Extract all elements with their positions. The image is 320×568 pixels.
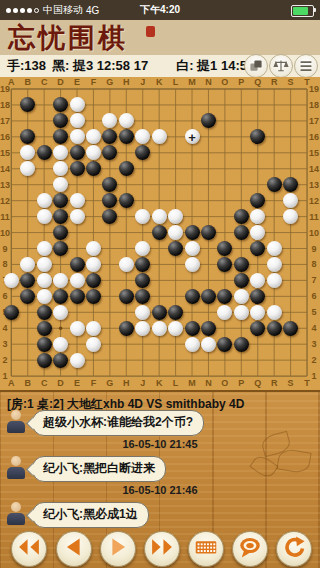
col-label-top: J	[140, 78, 145, 87]
stone-black	[250, 321, 265, 336]
col-label-top: S	[288, 78, 294, 87]
menu-button[interactable]	[294, 54, 318, 78]
fast-forward-icon	[150, 536, 174, 562]
battery-icon	[291, 5, 314, 17]
stone-white	[37, 193, 52, 208]
row-label-left: 13	[0, 180, 10, 189]
row-label-left: 16	[0, 132, 10, 141]
row-label-right: 19	[309, 85, 319, 94]
step-backward-button[interactable]	[56, 531, 92, 567]
col-label-top: N	[205, 78, 212, 87]
scales-icon	[273, 58, 289, 74]
stone-white	[185, 241, 200, 256]
stone-black	[250, 289, 265, 304]
col-label-top: M	[188, 78, 196, 87]
row-label-left: 4	[2, 324, 7, 333]
row-label-right: 11	[309, 212, 319, 221]
col-label-bottom: T	[304, 379, 310, 388]
boards-switch-button[interactable]	[244, 54, 268, 78]
stone-black	[152, 225, 167, 240]
row-label-right: 10	[309, 228, 319, 237]
stone-black	[267, 321, 282, 336]
col-label-top: E	[74, 78, 80, 87]
row-label-right: 16	[309, 132, 319, 141]
row-label-left: 12	[0, 196, 10, 205]
step-forward-button[interactable]	[100, 531, 136, 567]
stone-black	[234, 209, 249, 224]
row-label-right: 1	[311, 372, 316, 381]
refresh-icon	[282, 535, 306, 563]
col-label-top: D	[57, 78, 64, 87]
stone-white	[234, 289, 249, 304]
stone-black	[185, 225, 200, 240]
stone-white	[185, 337, 200, 352]
chat-message-row: 超级小水杯:谁能给我2个币?	[6, 410, 204, 436]
row-label-left: 19	[0, 85, 10, 94]
row-label-right: 6	[311, 292, 316, 301]
chat-timestamp: 16-05-10 21:46	[0, 484, 320, 496]
col-label-bottom: N	[205, 379, 212, 388]
col-label-top: F	[91, 78, 97, 87]
fast-forward-button[interactable]	[144, 531, 180, 567]
row-label-left: 3	[2, 340, 7, 349]
stone-white	[53, 273, 68, 288]
row-label-right: 3	[311, 340, 316, 349]
stone-black	[234, 273, 249, 288]
chat-bubble-button[interactable]	[232, 531, 268, 567]
col-label-top: R	[271, 78, 278, 87]
col-label-bottom: G	[106, 379, 113, 388]
chat-message-row: 纪小飞:黑把白断进来	[6, 456, 166, 482]
white-player-status: 白: 提1 14:58	[176, 57, 254, 75]
row-label-right: 7	[311, 276, 316, 285]
col-label-bottom: B	[24, 379, 31, 388]
app-screen: 忘忧围棋 中国移动 4G 下午4:20 手:138 黑: 提3 12:58 17…	[0, 0, 320, 568]
stone-white	[86, 241, 101, 256]
stone-black	[201, 289, 216, 304]
stone-black	[37, 353, 52, 368]
stone-black	[168, 241, 183, 256]
col-label-bottom: D	[57, 379, 64, 388]
stone-white	[70, 209, 85, 224]
stone-white	[250, 305, 265, 320]
chat-bubble: 超级小水杯:谁能给我2个币?	[32, 410, 204, 436]
stone-black	[135, 289, 150, 304]
stone-black	[4, 305, 19, 320]
stone-white	[86, 257, 101, 272]
col-label-top: P	[238, 78, 244, 87]
row-label-right: 14	[309, 164, 319, 173]
stone-black	[234, 225, 249, 240]
col-label-top: K	[156, 78, 163, 87]
step-forward-icon	[106, 536, 130, 562]
col-label-bottom: L	[173, 379, 179, 388]
row-label-left: 17	[0, 116, 10, 125]
stone-black	[119, 161, 134, 176]
chat-list[interactable]: 超级小水杯:谁能给我2个币?16-05-10 21:45 纪小飞:黑把白断进来1…	[0, 410, 320, 530]
chat-bubble-icon	[237, 535, 263, 563]
user-avatar-icon	[6, 410, 26, 433]
col-label-bottom: C	[41, 379, 48, 388]
black-player-status: 黑: 提3 12:58 17	[52, 57, 148, 75]
row-label-right: 13	[309, 180, 319, 189]
col-label-bottom: M	[188, 379, 196, 388]
col-label-top: G	[106, 78, 113, 87]
stone-black	[201, 225, 216, 240]
stone-white	[135, 321, 150, 336]
chat-message-row: 纪小飞:黑必成1边	[6, 502, 149, 528]
stone-white	[70, 321, 85, 336]
stone-black	[152, 305, 167, 320]
stone-white	[4, 273, 19, 288]
clock-label: 下午4:20	[0, 3, 320, 17]
stone-white	[135, 305, 150, 320]
user-avatar-icon	[6, 502, 26, 525]
col-label-top: H	[123, 78, 130, 87]
stone-white	[267, 241, 282, 256]
col-label-bottom: S	[288, 379, 294, 388]
stone-white	[201, 337, 216, 352]
stone-black	[70, 289, 85, 304]
lower-panel: [房:1 桌:2] 大地红xhb 4D VS smithbaby 4D 超级小水…	[0, 390, 320, 568]
stone-black	[168, 305, 183, 320]
game-info-bar: 手:138 黑: 提3 12:58 17 白: 提1 14:58	[0, 55, 320, 78]
stone-white	[152, 321, 167, 336]
stone-black	[20, 289, 35, 304]
col-label-bottom: A	[8, 379, 15, 388]
keyboard-icon	[193, 536, 219, 562]
stone-black	[70, 257, 85, 272]
last-move-marker: +	[188, 130, 196, 143]
stone-white	[168, 321, 183, 336]
stone-black	[70, 145, 85, 160]
stone-black	[86, 273, 101, 288]
row-label-left: 18	[0, 100, 10, 109]
col-label-top: C	[41, 78, 48, 87]
stone-black	[37, 321, 52, 336]
stone-black	[185, 321, 200, 336]
col-label-top: L	[173, 78, 179, 87]
col-label-bottom: R	[271, 379, 278, 388]
stone-white	[37, 257, 52, 272]
row-label-left: 6	[2, 292, 7, 301]
stone-white	[37, 289, 52, 304]
row-label-right: 4	[311, 324, 316, 333]
stone-black	[119, 321, 134, 336]
stone-white	[70, 193, 85, 208]
stone-white	[70, 129, 85, 144]
chat-timestamp: 16-05-10 21:45	[0, 438, 320, 450]
stone-black	[70, 161, 85, 176]
keyboard-button[interactable]	[188, 531, 224, 567]
stone-black	[119, 193, 134, 208]
stone-white	[152, 129, 167, 144]
stone-white	[234, 305, 249, 320]
stone-white	[70, 273, 85, 288]
app-title: 忘忧围棋	[8, 24, 128, 51]
row-label-left: 2	[2, 356, 7, 365]
col-label-bottom: E	[74, 379, 80, 388]
stone-black	[201, 321, 216, 336]
stone-black	[283, 321, 298, 336]
row-label-left: 8	[2, 260, 7, 269]
move-number-label: 手:138	[7, 57, 46, 75]
bottom-toolbar	[0, 531, 320, 568]
stone-white	[53, 305, 68, 320]
col-label-bottom: H	[123, 379, 130, 388]
row-label-right: 5	[311, 308, 316, 317]
stone-white	[119, 257, 134, 272]
stone-white	[86, 321, 101, 336]
row-label-right: 15	[309, 148, 319, 157]
col-label-bottom: P	[238, 379, 244, 388]
row-label-right: 8	[311, 260, 316, 269]
boards-icon	[248, 58, 264, 74]
stone-white	[267, 273, 282, 288]
stone-black	[37, 337, 52, 352]
stone-white	[37, 241, 52, 256]
row-label-left: 15	[0, 148, 10, 157]
stone-white	[86, 337, 101, 352]
col-label-top: O	[221, 78, 228, 87]
status-bar: 中国移动 4G 下午4:20	[0, 0, 320, 20]
col-label-bottom: O	[221, 379, 228, 388]
stone-black	[37, 305, 52, 320]
row-label-left: 10	[0, 228, 10, 237]
rewind-to-start-icon	[17, 536, 41, 562]
row-label-right: 12	[309, 196, 319, 205]
refresh-button[interactable]	[276, 531, 312, 567]
stone-white	[152, 209, 167, 224]
row-label-left: 14	[0, 164, 10, 173]
row-label-left: 11	[0, 212, 10, 221]
hamburger-menu-icon	[298, 58, 314, 74]
row-label-right: 9	[311, 244, 316, 253]
stone-white	[53, 337, 68, 352]
chat-bubble: 纪小飞:黑把白断进来	[32, 456, 166, 482]
col-label-bottom: J	[140, 379, 145, 388]
stone-black	[119, 289, 134, 304]
stone-black	[267, 177, 282, 192]
stone-black	[37, 145, 52, 160]
stone-white	[70, 353, 85, 368]
score-estimate-button[interactable]	[269, 54, 293, 78]
stone-black	[53, 241, 68, 256]
col-label-top: B	[24, 78, 31, 87]
chat-bubble: 纪小飞:黑必成1边	[32, 502, 149, 528]
stone-black	[86, 289, 101, 304]
stone-black	[53, 353, 68, 368]
row-label-left: 9	[2, 244, 7, 253]
row-label-right: 18	[309, 100, 319, 109]
rewind-to-start-button[interactable]	[11, 531, 47, 567]
col-label-bottom: K	[156, 379, 163, 388]
stone-black	[53, 289, 68, 304]
row-label-left: 1	[2, 372, 7, 381]
stone-white	[37, 273, 52, 288]
stone-white	[185, 257, 200, 272]
stone-black	[185, 289, 200, 304]
stone-black	[234, 337, 249, 352]
stone-white	[267, 257, 282, 272]
row-label-right: 2	[311, 356, 316, 365]
col-label-top: Q	[254, 78, 261, 87]
stone-black	[234, 257, 249, 272]
row-label-right: 17	[309, 116, 319, 125]
step-backward-icon	[62, 536, 86, 562]
stone-white	[267, 305, 282, 320]
stone-white	[70, 97, 85, 112]
go-board[interactable]: AABBCCDDEEFFGGHHJJKKLLMMNNOOPPQQRRSSTT19…	[0, 77, 320, 390]
user-avatar-icon	[6, 456, 26, 479]
seal-icon	[146, 26, 155, 37]
col-label-bottom: Q	[254, 379, 261, 388]
stone-black	[217, 337, 232, 352]
stone-white: +	[185, 129, 200, 144]
stone-white	[37, 209, 52, 224]
stone-white	[70, 113, 85, 128]
col-label-bottom: F	[91, 379, 97, 388]
